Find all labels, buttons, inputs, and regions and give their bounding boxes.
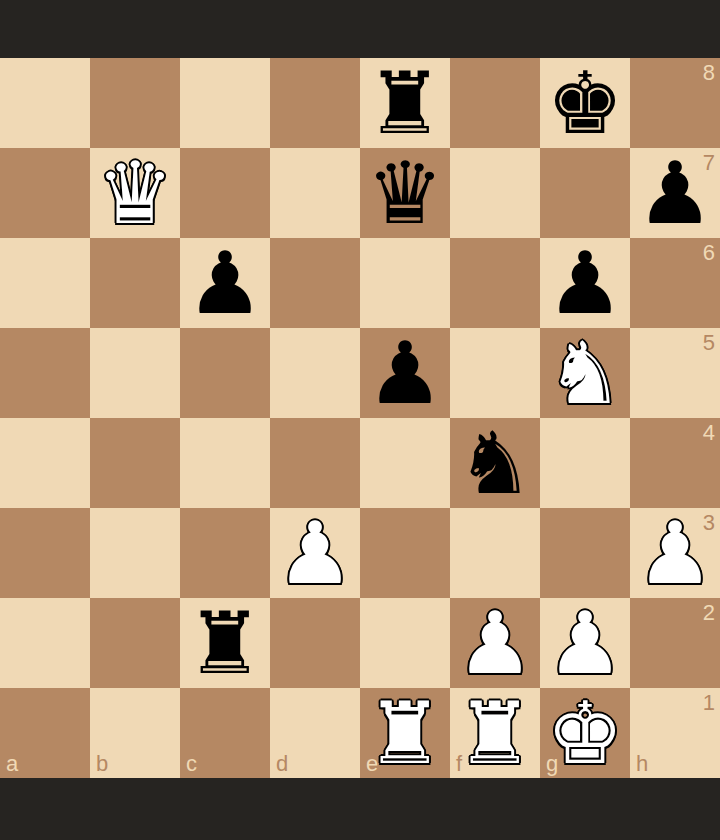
square-a4[interactable] [0,418,90,508]
square-g1[interactable]: ♚g [540,688,630,778]
square-b6[interactable] [90,238,180,328]
square-c2[interactable]: ♜ [180,598,270,688]
piece-white-rook[interactable]: ♜ [360,688,450,778]
piece-white-pawn[interactable]: ♟ [630,508,720,598]
square-h4[interactable]: 4 [630,418,720,508]
square-h2[interactable]: 2 [630,598,720,688]
square-g2[interactable]: ♟ [540,598,630,688]
square-d8[interactable] [270,58,360,148]
square-d4[interactable] [270,418,360,508]
piece-white-pawn[interactable]: ♟ [270,508,360,598]
file-label-h: h [636,753,648,775]
square-h7[interactable]: ♟7 [630,148,720,238]
square-c5[interactable] [180,328,270,418]
square-a1[interactable]: a [0,688,90,778]
square-d5[interactable] [270,328,360,418]
file-label-c: c [186,753,197,775]
square-g7[interactable] [540,148,630,238]
piece-black-queen[interactable]: ♛ [360,148,450,238]
square-e8[interactable]: ♜ [360,58,450,148]
square-g4[interactable] [540,418,630,508]
square-b7[interactable]: ♛ [90,148,180,238]
square-f1[interactable]: ♜f [450,688,540,778]
square-c3[interactable] [180,508,270,598]
square-g3[interactable] [540,508,630,598]
square-e4[interactable] [360,418,450,508]
piece-white-pawn[interactable]: ♟ [450,598,540,688]
square-d7[interactable] [270,148,360,238]
rank-label-5: 5 [703,332,715,354]
square-g8[interactable]: ♚ [540,58,630,148]
square-e1[interactable]: ♜e [360,688,450,778]
square-c7[interactable] [180,148,270,238]
square-h5[interactable]: 5 [630,328,720,418]
square-d6[interactable] [270,238,360,328]
square-d2[interactable] [270,598,360,688]
square-e6[interactable] [360,238,450,328]
square-a5[interactable] [0,328,90,418]
square-a7[interactable] [0,148,90,238]
square-h6[interactable]: 6 [630,238,720,328]
square-a6[interactable] [0,238,90,328]
square-b8[interactable] [90,58,180,148]
square-e2[interactable] [360,598,450,688]
square-d3[interactable]: ♟ [270,508,360,598]
square-c4[interactable] [180,418,270,508]
square-g5[interactable]: ♞ [540,328,630,418]
piece-white-king[interactable]: ♚ [540,688,630,778]
square-d1[interactable]: d [270,688,360,778]
rank-label-4: 4 [703,422,715,444]
piece-black-knight[interactable]: ♞ [450,418,540,508]
square-f4[interactable]: ♞ [450,418,540,508]
file-label-a: a [6,753,18,775]
square-e5[interactable]: ♟ [360,328,450,418]
bottom-bar [0,778,720,840]
piece-black-rook[interactable]: ♜ [360,58,450,148]
square-f7[interactable] [450,148,540,238]
square-f3[interactable] [450,508,540,598]
rank-label-6: 6 [703,242,715,264]
chess-board[interactable]: ♜♚8♛♛♟7♟♟6♟♞5♞4♟♟3♜♟♟2abcd♜e♜f♚g1h [0,58,720,778]
square-a8[interactable] [0,58,90,148]
square-e3[interactable] [360,508,450,598]
file-label-d: d [276,753,288,775]
square-f2[interactable]: ♟ [450,598,540,688]
square-e7[interactable]: ♛ [360,148,450,238]
square-b1[interactable]: b [90,688,180,778]
piece-black-pawn[interactable]: ♟ [630,148,720,238]
piece-black-pawn[interactable]: ♟ [180,238,270,328]
square-c8[interactable] [180,58,270,148]
square-f8[interactable] [450,58,540,148]
rank-label-2: 2 [703,602,715,624]
square-b5[interactable] [90,328,180,418]
square-b4[interactable] [90,418,180,508]
square-f6[interactable] [450,238,540,328]
square-b3[interactable] [90,508,180,598]
square-g6[interactable]: ♟ [540,238,630,328]
square-c6[interactable]: ♟ [180,238,270,328]
piece-black-rook[interactable]: ♜ [180,598,270,688]
square-b2[interactable] [90,598,180,688]
top-bar [0,0,720,58]
piece-black-pawn[interactable]: ♟ [540,238,630,328]
rank-label-1: 1 [703,692,715,714]
square-f5[interactable] [450,328,540,418]
square-h1[interactable]: 1h [630,688,720,778]
square-h3[interactable]: ♟3 [630,508,720,598]
piece-white-knight[interactable]: ♞ [540,328,630,418]
file-label-b: b [96,753,108,775]
square-a2[interactable] [0,598,90,688]
square-a3[interactable] [0,508,90,598]
square-c1[interactable]: c [180,688,270,778]
piece-black-pawn[interactable]: ♟ [360,328,450,418]
square-h8[interactable]: 8 [630,58,720,148]
piece-white-pawn[interactable]: ♟ [540,598,630,688]
piece-black-king[interactable]: ♚ [540,58,630,148]
piece-white-queen[interactable]: ♛ [90,148,180,238]
chess-app: ♜♚8♛♛♟7♟♟6♟♞5♞4♟♟3♜♟♟2abcd♜e♜f♚g1h [0,0,720,840]
piece-white-rook[interactable]: ♜ [450,688,540,778]
rank-label-8: 8 [703,62,715,84]
